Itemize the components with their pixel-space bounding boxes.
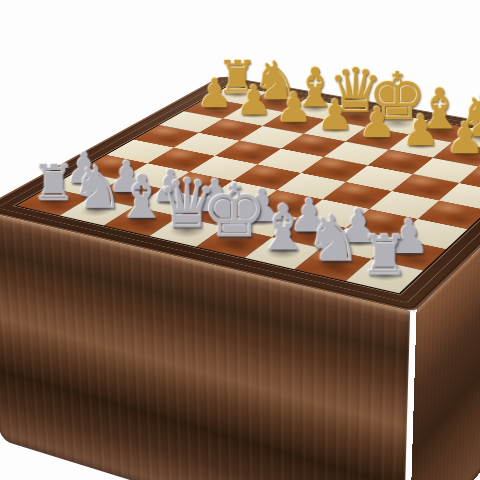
piece-glyph: ♟ (378, 109, 464, 152)
square-c5[interactable] (215, 141, 281, 165)
piece-glyph: ♝ (398, 81, 480, 137)
piece-shadow (197, 102, 232, 113)
piece-shadow (253, 94, 298, 109)
chess-table-photo: ♜♞♝♛♚♝♞♜♟♟♟♟♟♟♟♟♟♟♟♟♟♟♟♟♜♞♝♛♚♝♞♜ (0, 0, 480, 480)
piece-glyph: ♞ (236, 54, 316, 107)
piece-glyph: ♟ (335, 101, 420, 144)
square-d8[interactable]: ♛ (325, 106, 386, 127)
scene: ♜♞♝♛♚♝♞♜♟♟♟♟♟♟♟♟♟♟♟♟♟♟♟♟♜♞♝♛♚♝♞♜ (0, 0, 480, 480)
square-a6[interactable] (159, 111, 222, 132)
piece-glyph: ♟ (466, 124, 480, 168)
piece-shadow (460, 130, 480, 147)
square-f5[interactable] (346, 165, 413, 191)
square-g7[interactable]: ♟ (433, 142, 480, 166)
square-a5[interactable] (134, 125, 199, 148)
square-a7[interactable]: ♟ (184, 98, 246, 119)
square-b6[interactable] (199, 119, 263, 141)
square-b8[interactable]: ♞ (246, 92, 306, 112)
square-c6[interactable] (239, 126, 303, 149)
square-e6[interactable] (324, 142, 389, 166)
square-b7[interactable]: ♟ (223, 105, 285, 126)
square-d7[interactable]: ♟ (304, 119, 367, 141)
piece-glyph: ♟ (213, 80, 295, 121)
piece-glyph: ♞ (441, 88, 480, 145)
piece-glyph: ♜ (333, 227, 437, 283)
piece-glyph: ♜ (198, 55, 277, 101)
piece-shadow (447, 147, 480, 160)
piece-glyph: ♟ (253, 87, 336, 128)
square-h1[interactable]: ♜ (346, 259, 423, 293)
square-h5[interactable] (439, 183, 480, 210)
piece-glyph: ♟ (293, 94, 377, 136)
piece-shadow (236, 109, 271, 121)
square-e7[interactable]: ♟ (346, 127, 409, 150)
piece-shadow (370, 113, 424, 132)
piece-shadow (277, 116, 312, 128)
piece-glyph: ♛ (315, 61, 397, 122)
piece-shadow (218, 88, 256, 101)
square-a8[interactable]: ♜ (207, 85, 267, 105)
square-f6[interactable] (368, 150, 433, 174)
square-f8[interactable]: ♝ (409, 120, 471, 142)
square-f7[interactable]: ♟ (389, 135, 452, 158)
piece-glyph: ♟ (174, 73, 255, 113)
piece-shadow (293, 101, 338, 116)
square-c8[interactable]: ♝ (285, 99, 346, 120)
square-d6[interactable] (281, 134, 346, 157)
piece-glyph: ♟ (421, 116, 480, 160)
square-g8[interactable]: ♞ (452, 128, 480, 151)
piece-shadow (360, 131, 395, 144)
piece-shadow (318, 123, 353, 135)
piece-shadow (330, 107, 381, 125)
piece-shadow (403, 139, 439, 152)
square-b5[interactable] (174, 133, 240, 156)
piece-glyph: ♝ (275, 60, 356, 114)
square-c7[interactable]: ♟ (263, 112, 325, 134)
piece-shadow (417, 122, 463, 138)
chess-table: ♜♞♝♛♚♝♞♜♟♟♟♟♟♟♟♟♟♟♟♟♟♟♟♟♜♞♝♛♚♝♞♜ (0, 76, 480, 312)
square-d5[interactable] (257, 149, 323, 173)
piece-glyph: ♚ (356, 64, 439, 130)
square-e8[interactable]: ♚ (366, 113, 427, 135)
